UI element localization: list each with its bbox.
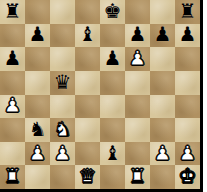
white-queen-icon: ♛	[79, 166, 97, 186]
square-a5[interactable]	[0, 71, 25, 95]
square-f1[interactable]: ♜	[125, 165, 150, 189]
square-g8[interactable]	[150, 0, 175, 24]
white-rook-icon: ♜	[4, 166, 22, 186]
white-pawn-icon: ♟	[179, 143, 197, 163]
white-pawn-icon: ♟	[4, 95, 22, 115]
square-c4[interactable]	[50, 95, 75, 119]
square-c2[interactable]: ♟	[50, 142, 75, 166]
square-h5[interactable]	[175, 71, 200, 95]
square-c3[interactable]: ♞	[50, 118, 75, 142]
square-d6[interactable]	[75, 47, 100, 71]
square-a7[interactable]	[0, 24, 25, 48]
square-h7[interactable]: ♟	[175, 24, 200, 48]
square-e7[interactable]	[100, 24, 125, 48]
square-d1[interactable]: ♛	[75, 165, 100, 189]
square-d5[interactable]	[75, 71, 100, 95]
square-e8[interactable]: ♚	[100, 0, 125, 24]
white-king-icon: ♚	[179, 166, 197, 186]
square-d8[interactable]	[75, 0, 100, 24]
square-e1[interactable]	[100, 165, 125, 189]
square-f8[interactable]	[125, 0, 150, 24]
square-f5[interactable]	[125, 71, 150, 95]
white-pawn-icon: ♟	[29, 143, 47, 163]
square-g1[interactable]	[150, 165, 175, 189]
square-f6[interactable]: ♟	[125, 47, 150, 71]
white-pawn-icon: ♟	[54, 143, 72, 163]
square-e6[interactable]: ♟	[100, 47, 125, 71]
square-h6[interactable]	[175, 47, 200, 71]
square-d2[interactable]	[75, 142, 100, 166]
square-b4[interactable]	[25, 95, 50, 119]
square-d4[interactable]	[75, 95, 100, 119]
square-a2[interactable]	[0, 142, 25, 166]
square-a1[interactable]: ♜	[0, 165, 25, 189]
square-g5[interactable]	[150, 71, 175, 95]
window-gutter	[203, 0, 207, 192]
square-c8[interactable]	[50, 0, 75, 24]
white-pawn-icon: ♟	[129, 48, 147, 68]
black-king-icon: ♚	[104, 1, 122, 21]
square-g4[interactable]	[150, 95, 175, 119]
square-f3[interactable]	[125, 118, 150, 142]
black-pawn-icon: ♟	[104, 48, 122, 68]
white-rook-icon: ♜	[129, 166, 147, 186]
square-b8[interactable]	[25, 0, 50, 24]
square-g7[interactable]: ♟	[150, 24, 175, 48]
black-rook-icon: ♜	[179, 1, 197, 21]
square-d3[interactable]	[75, 118, 100, 142]
chess-board: ♜♚♜♟♝♟♟♟♟♟♟♛♟♞♞♟♟♝♟♟♜♛♜♚	[0, 0, 200, 189]
square-c1[interactable]	[50, 165, 75, 189]
square-g6[interactable]	[150, 47, 175, 71]
square-c6[interactable]	[50, 47, 75, 71]
square-e5[interactable]	[100, 71, 125, 95]
square-c5[interactable]: ♛	[50, 71, 75, 95]
square-b2[interactable]: ♟	[25, 142, 50, 166]
square-f2[interactable]	[125, 142, 150, 166]
black-pawn-icon: ♟	[29, 24, 47, 44]
square-a8[interactable]: ♜	[0, 0, 25, 24]
black-pawn-icon: ♟	[179, 24, 197, 44]
square-h1[interactable]: ♚	[175, 165, 200, 189]
square-g2[interactable]: ♟	[150, 142, 175, 166]
square-b1[interactable]	[25, 165, 50, 189]
square-c7[interactable]	[50, 24, 75, 48]
square-b5[interactable]	[25, 71, 50, 95]
square-d7[interactable]: ♝	[75, 24, 100, 48]
square-a3[interactable]	[0, 118, 25, 142]
square-b7[interactable]: ♟	[25, 24, 50, 48]
square-b3[interactable]: ♞	[25, 118, 50, 142]
square-e3[interactable]	[100, 118, 125, 142]
black-rook-icon: ♜	[4, 1, 22, 21]
square-b6[interactable]	[25, 47, 50, 71]
black-pawn-icon: ♟	[154, 24, 172, 44]
board-border-bottom	[0, 189, 203, 192]
square-h2[interactable]: ♟	[175, 142, 200, 166]
square-h3[interactable]	[175, 118, 200, 142]
square-e2[interactable]: ♝	[100, 142, 125, 166]
black-bishop-icon: ♝	[104, 143, 122, 163]
square-f4[interactable]	[125, 95, 150, 119]
square-g3[interactable]	[150, 118, 175, 142]
square-a6[interactable]: ♟	[0, 47, 25, 71]
black-queen-icon: ♛	[54, 72, 72, 92]
square-a4[interactable]: ♟	[0, 95, 25, 119]
black-pawn-icon: ♟	[4, 48, 22, 68]
square-f7[interactable]: ♟	[125, 24, 150, 48]
square-h4[interactable]	[175, 95, 200, 119]
black-bishop-icon: ♝	[79, 24, 97, 44]
square-e4[interactable]	[100, 95, 125, 119]
square-h8[interactable]: ♜	[175, 0, 200, 24]
white-pawn-icon: ♟	[154, 143, 172, 163]
chess-app-window: ♜♚♜♟♝♟♟♟♟♟♟♛♟♞♞♟♟♝♟♟♜♛♜♚	[0, 0, 207, 192]
black-knight-icon: ♞	[29, 119, 47, 139]
white-knight-icon: ♞	[54, 119, 72, 139]
black-pawn-icon: ♟	[129, 24, 147, 44]
